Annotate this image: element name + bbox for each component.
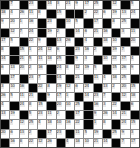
white-cell[interactable]: 2 bbox=[29, 130, 37, 138]
white-cell[interactable]: 19 bbox=[112, 10, 120, 18]
cell-number: 19 bbox=[47, 29, 52, 34]
white-cell[interactable]: 24 bbox=[84, 84, 92, 92]
white-cell[interactable]: 15 bbox=[57, 10, 65, 18]
white-cell[interactable]: 12 bbox=[38, 139, 46, 147]
cell-number: 13 bbox=[1, 111, 6, 116]
white-cell[interactable]: 26 bbox=[121, 65, 129, 73]
white-cell[interactable]: 25 bbox=[94, 1, 102, 9]
cell-number: 6 bbox=[10, 130, 13, 135]
black-cell bbox=[94, 56, 102, 64]
white-cell[interactable]: 10 bbox=[112, 38, 120, 46]
white-cell[interactable]: 8 bbox=[66, 65, 74, 73]
white-cell[interactable]: 10 bbox=[66, 19, 74, 27]
white-cell[interactable]: 21 bbox=[20, 56, 28, 64]
cell-number: 13 bbox=[20, 130, 25, 135]
cell-number: 17 bbox=[75, 111, 80, 116]
cell-number: 20 bbox=[20, 65, 25, 70]
white-cell[interactable]: 12 bbox=[121, 93, 129, 101]
black-cell bbox=[94, 84, 102, 92]
white-cell[interactable]: 5 bbox=[84, 130, 92, 138]
white-cell[interactable]: 15 bbox=[112, 65, 120, 73]
white-cell[interactable]: 14 bbox=[112, 111, 120, 119]
white-cell[interactable]: 21 bbox=[121, 111, 129, 119]
white-cell[interactable]: 13 bbox=[103, 84, 111, 92]
white-cell[interactable]: 22 bbox=[29, 139, 37, 147]
white-cell[interactable]: 7 bbox=[38, 75, 46, 83]
cell-number: 18 bbox=[75, 139, 80, 144]
white-cell[interactable]: 3 bbox=[103, 102, 111, 110]
white-cell[interactable]: 10 bbox=[84, 139, 92, 147]
white-cell[interactable]: 6 bbox=[84, 29, 92, 37]
white-cell[interactable]: 3 bbox=[57, 1, 65, 9]
cell-number: 18 bbox=[47, 120, 52, 125]
white-cell[interactable]: 12 bbox=[66, 84, 74, 92]
white-cell[interactable]: 9 bbox=[131, 65, 139, 73]
cell-number: 13 bbox=[57, 38, 62, 43]
white-cell[interactable]: 19 bbox=[57, 84, 65, 92]
cell-number: 11 bbox=[75, 130, 80, 135]
white-cell[interactable]: 26 bbox=[103, 111, 111, 119]
black-cell bbox=[103, 19, 111, 27]
white-cell[interactable]: 17 bbox=[1, 38, 9, 46]
cell-number: 1 bbox=[66, 93, 69, 98]
white-cell[interactable]: 24 bbox=[121, 120, 129, 128]
white-cell[interactable]: 8 bbox=[112, 19, 120, 27]
white-cell[interactable]: 6 bbox=[1, 65, 9, 73]
white-cell[interactable]: 1 bbox=[94, 120, 102, 128]
cell-number: 21 bbox=[20, 56, 25, 61]
black-cell bbox=[66, 75, 74, 83]
white-cell[interactable]: 7 bbox=[121, 139, 129, 147]
white-cell[interactable]: 3 bbox=[84, 56, 92, 64]
white-cell[interactable]: 23 bbox=[75, 47, 83, 55]
black-cell bbox=[75, 38, 83, 46]
white-cell[interactable]: 13 bbox=[57, 38, 65, 46]
white-cell[interactable]: 11 bbox=[29, 10, 37, 18]
white-cell[interactable]: 9 bbox=[1, 19, 9, 27]
cell-number: 17 bbox=[1, 38, 6, 43]
cell-number: 21 bbox=[66, 1, 71, 6]
white-cell[interactable]: 21 bbox=[29, 93, 37, 101]
cell-number: 12 bbox=[112, 1, 117, 6]
cell-number: 24 bbox=[20, 102, 25, 107]
cell-number: 23 bbox=[94, 93, 99, 98]
white-cell[interactable]: 20 bbox=[121, 84, 129, 92]
white-cell[interactable]: 20 bbox=[20, 65, 28, 73]
white-cell[interactable]: 8 bbox=[29, 102, 37, 110]
white-cell[interactable]: 9 bbox=[94, 111, 102, 119]
black-cell bbox=[38, 19, 46, 27]
cell-number: 5 bbox=[10, 93, 13, 98]
cell-number: 10 bbox=[112, 38, 117, 43]
white-cell[interactable]: 22 bbox=[29, 38, 37, 46]
cell-number: 19 bbox=[84, 65, 89, 70]
white-cell[interactable]: 4 bbox=[103, 75, 111, 83]
white-cell[interactable]: 8 bbox=[47, 84, 55, 92]
white-cell[interactable]: 6 bbox=[103, 10, 111, 18]
white-cell[interactable]: 23 bbox=[57, 130, 65, 138]
white-cell[interactable]: 22 bbox=[112, 102, 120, 110]
white-cell[interactable]: 12 bbox=[75, 65, 83, 73]
white-cell[interactable]: 6 bbox=[10, 130, 18, 138]
white-cell[interactable]: 5 bbox=[10, 38, 18, 46]
white-cell[interactable]: 17 bbox=[121, 56, 129, 64]
cell-number: 6 bbox=[103, 10, 106, 15]
white-cell[interactable]: 26 bbox=[1, 93, 9, 101]
white-cell[interactable]: 21 bbox=[94, 139, 102, 147]
cell-number: 16 bbox=[20, 84, 25, 89]
white-cell[interactable]: 13 bbox=[10, 65, 18, 73]
cell-number: 8 bbox=[20, 139, 23, 144]
cell-number: 17 bbox=[10, 75, 15, 80]
white-cell[interactable]: 23 bbox=[38, 111, 46, 119]
cell-number: 5 bbox=[131, 1, 134, 6]
black-cell bbox=[1, 139, 9, 147]
cell-number: 21 bbox=[75, 75, 80, 80]
cell-number: 14 bbox=[75, 29, 80, 34]
white-cell[interactable]: 21 bbox=[66, 1, 74, 9]
codeword-board: 7231432191725125184261181522261913249201… bbox=[0, 0, 140, 148]
cell-number: 7 bbox=[20, 29, 23, 34]
cell-number: 25 bbox=[57, 56, 62, 61]
cell-number: 17 bbox=[131, 139, 136, 144]
cell-number: 23 bbox=[29, 75, 34, 80]
white-cell[interactable]: 6 bbox=[131, 102, 139, 110]
black-cell bbox=[10, 102, 18, 110]
white-cell[interactable]: 8 bbox=[103, 120, 111, 128]
white-cell[interactable]: 17 bbox=[75, 111, 83, 119]
cell-number: 17 bbox=[94, 19, 99, 24]
cell-number: 12 bbox=[66, 84, 71, 89]
cell-number: 24 bbox=[84, 84, 89, 89]
white-cell[interactable]: 15 bbox=[131, 84, 139, 92]
white-cell[interactable]: 5 bbox=[75, 19, 83, 27]
black-cell bbox=[20, 38, 28, 46]
white-cell[interactable]: 5 bbox=[131, 1, 139, 9]
white-cell[interactable]: 5 bbox=[94, 65, 102, 73]
white-cell[interactable]: 7 bbox=[121, 47, 129, 55]
white-cell[interactable]: 2 bbox=[57, 111, 65, 119]
white-cell[interactable]: 16 bbox=[84, 47, 92, 55]
white-cell[interactable]: 23 bbox=[47, 19, 55, 27]
cell-number: 5 bbox=[10, 38, 13, 43]
white-cell[interactable]: 25 bbox=[121, 19, 129, 27]
cell-number: 15 bbox=[57, 10, 62, 15]
cell-number: 21 bbox=[94, 29, 99, 34]
white-cell[interactable]: 14 bbox=[47, 1, 55, 9]
black-cell bbox=[10, 56, 18, 64]
white-cell[interactable]: 16 bbox=[38, 65, 46, 73]
cell-number: 13 bbox=[10, 65, 15, 70]
white-cell[interactable]: 26 bbox=[47, 139, 55, 147]
white-cell[interactable]: 9 bbox=[38, 38, 46, 46]
cell-number: 23 bbox=[57, 130, 62, 135]
black-cell bbox=[103, 47, 111, 55]
cell-number: 20 bbox=[121, 84, 126, 89]
white-cell[interactable]: 26 bbox=[20, 10, 28, 18]
white-cell[interactable]: 10 bbox=[10, 84, 18, 92]
white-cell[interactable]: 24 bbox=[57, 65, 65, 73]
white-cell[interactable]: 13 bbox=[20, 130, 28, 138]
white-cell[interactable]: 12 bbox=[10, 29, 18, 37]
cell-number: 6 bbox=[57, 47, 60, 52]
black-cell bbox=[103, 65, 111, 73]
white-cell[interactable]: 19 bbox=[112, 47, 120, 55]
cell-number: 26 bbox=[121, 65, 126, 70]
black-cell bbox=[84, 75, 92, 83]
white-cell[interactable]: 1 bbox=[66, 93, 74, 101]
cell-number: 4 bbox=[1, 102, 4, 107]
white-cell[interactable]: 4 bbox=[38, 120, 46, 128]
cell-number: 14 bbox=[47, 1, 52, 6]
cell-number: 9 bbox=[75, 1, 78, 6]
cell-number: 9 bbox=[1, 19, 4, 24]
white-cell[interactable]: 8 bbox=[1, 47, 9, 55]
cell-number: 20 bbox=[57, 102, 62, 107]
white-cell[interactable]: 11 bbox=[75, 130, 83, 138]
white-cell[interactable]: 11 bbox=[20, 93, 28, 101]
cell-number: 22 bbox=[29, 38, 34, 43]
cell-number: 25 bbox=[112, 130, 117, 135]
cell-number: 17 bbox=[47, 130, 52, 135]
white-cell[interactable]: 8 bbox=[20, 139, 28, 147]
white-cell[interactable]: 25 bbox=[29, 120, 37, 128]
cell-number: 13 bbox=[103, 84, 108, 89]
white-cell[interactable]: 11 bbox=[94, 75, 102, 83]
black-cell bbox=[75, 10, 83, 18]
white-cell[interactable]: 9 bbox=[121, 130, 129, 138]
black-cell bbox=[57, 19, 65, 27]
cell-number: 10 bbox=[103, 56, 108, 61]
white-cell[interactable]: 18 bbox=[47, 56, 55, 64]
white-cell[interactable]: 18 bbox=[47, 120, 55, 128]
white-cell[interactable]: 7 bbox=[10, 1, 18, 9]
cell-number: 5 bbox=[75, 19, 78, 24]
white-cell[interactable]: 22 bbox=[94, 10, 102, 18]
cell-number: 20 bbox=[10, 19, 15, 24]
white-cell[interactable]: 22 bbox=[38, 84, 46, 92]
white-cell[interactable]: 8 bbox=[38, 10, 46, 18]
cell-number: 7 bbox=[10, 1, 13, 6]
white-cell[interactable]: 16 bbox=[10, 139, 18, 147]
cell-number: 18 bbox=[103, 38, 108, 43]
black-cell bbox=[66, 130, 74, 138]
white-cell[interactable]: 19 bbox=[94, 130, 102, 138]
white-cell[interactable]: 4 bbox=[84, 38, 92, 46]
white-cell[interactable]: 7 bbox=[20, 29, 28, 37]
white-cell[interactable]: 4 bbox=[131, 56, 139, 64]
cell-number: 22 bbox=[112, 102, 117, 107]
white-cell[interactable]: 7 bbox=[103, 93, 111, 101]
black-cell bbox=[66, 10, 74, 18]
cell-number: 9 bbox=[121, 130, 124, 135]
cell-number: 8 bbox=[29, 102, 32, 107]
white-cell[interactable]: 17 bbox=[57, 93, 65, 101]
cell-number: 8 bbox=[66, 65, 69, 70]
white-cell[interactable]: 2 bbox=[84, 10, 92, 18]
white-cell[interactable]: 19 bbox=[47, 29, 55, 37]
white-cell[interactable]: 3 bbox=[121, 29, 129, 37]
white-cell[interactable]: 21 bbox=[75, 75, 83, 83]
cell-number: 24 bbox=[57, 65, 62, 70]
white-cell[interactable]: 18 bbox=[1, 10, 9, 18]
white-cell[interactable]: 18 bbox=[75, 139, 83, 147]
white-cell[interactable]: 4 bbox=[10, 10, 18, 18]
cell-number: 19 bbox=[10, 111, 15, 116]
cell-number: 3 bbox=[1, 84, 4, 89]
white-cell[interactable]: 16 bbox=[20, 84, 28, 92]
white-cell[interactable]: 16 bbox=[29, 19, 37, 27]
white-cell[interactable]: 1 bbox=[20, 19, 28, 27]
white-cell[interactable]: 24 bbox=[38, 47, 46, 55]
white-cell[interactable]: 25 bbox=[112, 130, 120, 138]
white-cell[interactable]: 18 bbox=[131, 93, 139, 101]
white-cell[interactable]: 6 bbox=[75, 84, 83, 92]
white-cell[interactable]: 6 bbox=[57, 47, 65, 55]
white-cell[interactable]: 19 bbox=[10, 111, 18, 119]
white-cell[interactable]: 26 bbox=[66, 38, 74, 46]
white-cell[interactable]: 2 bbox=[29, 65, 37, 73]
black-cell bbox=[1, 75, 9, 83]
white-cell[interactable]: 15 bbox=[131, 120, 139, 128]
white-cell[interactable]: 9 bbox=[75, 56, 83, 64]
white-cell[interactable]: 5 bbox=[29, 56, 37, 64]
black-cell bbox=[57, 139, 65, 147]
cell-number: 14 bbox=[112, 111, 117, 116]
cell-number: 19 bbox=[94, 130, 99, 135]
white-cell[interactable]: 24 bbox=[29, 29, 37, 37]
white-cell[interactable]: 2 bbox=[94, 47, 102, 55]
cell-number: 7 bbox=[10, 120, 13, 125]
cell-number: 3 bbox=[103, 102, 106, 107]
white-cell[interactable]: 2 bbox=[112, 84, 120, 92]
white-cell[interactable]: 11 bbox=[47, 111, 55, 119]
white-cell[interactable]: 20 bbox=[131, 38, 139, 46]
white-cell[interactable]: 11 bbox=[131, 29, 139, 37]
white-cell[interactable]: 25 bbox=[57, 56, 65, 64]
black-cell bbox=[84, 102, 92, 110]
cell-number: 4 bbox=[84, 38, 87, 43]
white-cell[interactable]: 13 bbox=[121, 10, 129, 18]
cell-number: 6 bbox=[1, 65, 4, 70]
white-cell[interactable]: 3 bbox=[131, 130, 139, 138]
white-cell[interactable]: 14 bbox=[75, 29, 83, 37]
cell-number: 16 bbox=[84, 47, 89, 52]
white-cell[interactable]: 10 bbox=[66, 102, 74, 110]
black-cell bbox=[75, 93, 83, 101]
white-cell[interactable]: 15 bbox=[20, 47, 28, 55]
white-cell[interactable]: 22 bbox=[75, 120, 83, 128]
cell-number: 6 bbox=[75, 84, 78, 89]
white-cell[interactable]: 18 bbox=[103, 38, 111, 46]
white-cell[interactable]: 2 bbox=[57, 29, 65, 37]
white-cell[interactable]: 14 bbox=[1, 56, 9, 64]
white-cell[interactable]: 18 bbox=[112, 75, 120, 83]
white-cell[interactable]: 12 bbox=[20, 120, 28, 128]
cell-number: 20 bbox=[131, 38, 136, 43]
white-cell[interactable]: 9 bbox=[47, 93, 55, 101]
cell-number: 25 bbox=[121, 75, 126, 80]
white-cell[interactable]: 3 bbox=[1, 84, 9, 92]
cell-number: 4 bbox=[10, 10, 13, 15]
white-cell[interactable]: 15 bbox=[38, 102, 46, 110]
white-cell[interactable]: 23 bbox=[94, 93, 102, 101]
white-cell[interactable]: 14 bbox=[57, 75, 65, 83]
cell-number: 22 bbox=[38, 84, 43, 89]
cell-number: 15 bbox=[112, 65, 117, 70]
white-cell[interactable]: 12 bbox=[112, 1, 120, 9]
cell-number: 24 bbox=[38, 47, 43, 52]
cell-number: 9 bbox=[94, 111, 97, 116]
white-cell[interactable]: 20 bbox=[1, 130, 9, 138]
white-cell[interactable]: 24 bbox=[131, 10, 139, 18]
white-cell[interactable]: 4 bbox=[66, 139, 74, 147]
white-cell[interactable]: 10 bbox=[57, 120, 65, 128]
white-cell[interactable]: 20 bbox=[10, 19, 18, 27]
white-cell[interactable]: 16 bbox=[66, 120, 74, 128]
white-cell[interactable]: 17 bbox=[10, 75, 18, 83]
cell-number: 23 bbox=[75, 47, 80, 52]
white-cell[interactable]: 4 bbox=[1, 102, 9, 110]
white-cell[interactable]: 17 bbox=[94, 19, 102, 27]
white-cell[interactable]: 21 bbox=[94, 29, 102, 37]
white-cell[interactable]: 25 bbox=[75, 102, 83, 110]
cell-number: 21 bbox=[121, 111, 126, 116]
cell-number: 13 bbox=[121, 10, 126, 15]
white-cell[interactable]: 13 bbox=[1, 111, 9, 119]
white-cell[interactable]: 20 bbox=[57, 102, 65, 110]
cell-number: 19 bbox=[57, 84, 62, 89]
white-cell[interactable]: 7 bbox=[10, 120, 18, 128]
cell-number: 26 bbox=[66, 38, 71, 43]
white-cell[interactable]: 24 bbox=[20, 102, 28, 110]
white-cell[interactable]: 17 bbox=[47, 130, 55, 138]
white-cell[interactable]: 23 bbox=[29, 1, 37, 9]
white-cell[interactable]: 17 bbox=[84, 1, 92, 9]
white-cell[interactable]: 16 bbox=[103, 29, 111, 37]
cell-number: 4 bbox=[38, 120, 41, 125]
white-cell[interactable]: 9 bbox=[75, 1, 83, 9]
cell-number: 2 bbox=[84, 10, 87, 15]
white-cell[interactable]: 1 bbox=[29, 47, 37, 55]
white-cell[interactable]: 16 bbox=[94, 102, 102, 110]
white-cell[interactable]: 10 bbox=[103, 56, 111, 64]
cell-number: 16 bbox=[10, 139, 15, 144]
cell-number: 22 bbox=[112, 56, 117, 61]
cell-number: 16 bbox=[66, 120, 71, 125]
white-cell[interactable]: 17 bbox=[131, 139, 139, 147]
white-cell[interactable]: 5 bbox=[10, 93, 18, 101]
white-cell[interactable]: 22 bbox=[112, 56, 120, 64]
white-cell[interactable]: 12 bbox=[47, 47, 55, 55]
cell-number: 23 bbox=[47, 19, 52, 24]
white-cell[interactable]: 11 bbox=[38, 56, 46, 64]
white-cell[interactable]: 23 bbox=[29, 75, 37, 83]
black-cell bbox=[38, 1, 46, 9]
black-cell bbox=[66, 47, 74, 55]
white-cell[interactable]: 14 bbox=[103, 139, 111, 147]
white-cell[interactable]: 19 bbox=[84, 65, 92, 73]
white-cell[interactable]: 5 bbox=[29, 111, 37, 119]
black-cell bbox=[1, 120, 9, 128]
cell-number: 1 bbox=[29, 47, 32, 52]
cell-number: 24 bbox=[131, 10, 136, 15]
cell-number: 22 bbox=[94, 10, 99, 15]
white-cell[interactable]: 14 bbox=[84, 93, 92, 101]
white-cell[interactable]: 25 bbox=[121, 75, 129, 83]
cell-number: 15 bbox=[20, 47, 25, 52]
black-cell bbox=[1, 29, 9, 37]
